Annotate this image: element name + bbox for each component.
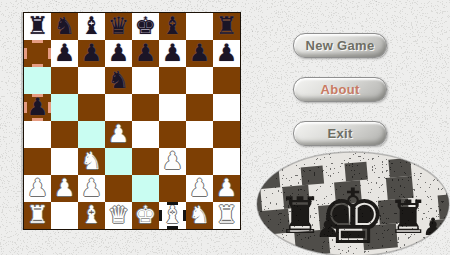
last-move-marker: [24, 40, 51, 67]
piece-black-pawn[interactable]: ♟: [162, 40, 184, 67]
square-f1[interactable]: ♝: [159, 202, 186, 229]
square-a4[interactable]: [24, 121, 51, 148]
square-c8[interactable]: ♝: [78, 13, 105, 40]
square-a2[interactable]: ♟: [24, 175, 51, 202]
chess-app-window: ♜♞♝♛♚♝♜♟♟♟♟♟♟♟♞♟♟♞♟♟♟♟♟♟♜♝♛♚♝♞♜ New Game…: [0, 0, 450, 255]
piece-white-pawn[interactable]: ♟: [216, 175, 238, 202]
piece-white-pawn[interactable]: ♟: [27, 175, 49, 202]
piece-white-pawn[interactable]: ♟: [54, 175, 76, 202]
square-e2[interactable]: [132, 175, 159, 202]
piece-black-bishop[interactable]: ♝: [162, 13, 184, 40]
square-h4[interactable]: [213, 121, 240, 148]
square-g8[interactable]: [186, 13, 213, 40]
chess-board[interactable]: ♜♞♝♛♚♝♜♟♟♟♟♟♟♟♞♟♟♞♟♟♟♟♟♟♜♝♛♚♝♞♜: [23, 12, 241, 230]
square-b5[interactable]: [51, 94, 78, 121]
piece-white-knight[interactable]: ♞: [189, 202, 211, 229]
square-b1[interactable]: [51, 202, 78, 229]
square-b3[interactable]: [51, 148, 78, 175]
square-d6[interactable]: ♞: [105, 67, 132, 94]
square-e5[interactable]: [132, 94, 159, 121]
square-e6[interactable]: [132, 67, 159, 94]
piece-white-rook[interactable]: ♜: [27, 202, 49, 229]
piece-black-rook[interactable]: ♜: [27, 13, 49, 40]
square-c2[interactable]: ♟: [78, 175, 105, 202]
square-d4[interactable]: ♟: [105, 121, 132, 148]
square-c7[interactable]: ♟: [78, 40, 105, 67]
square-a5[interactable]: ♟: [24, 94, 51, 121]
piece-white-bishop[interactable]: ♝: [81, 202, 103, 229]
square-c3[interactable]: ♞: [78, 148, 105, 175]
square-e3[interactable]: [132, 148, 159, 175]
piece-white-pawn[interactable]: ♟: [162, 148, 184, 175]
piece-black-king[interactable]: ♚: [135, 13, 157, 40]
square-c6[interactable]: [78, 67, 105, 94]
about-button-label: About: [320, 82, 359, 97]
last-move-marker: [24, 94, 51, 121]
square-a3[interactable]: [24, 148, 51, 175]
piece-black-pawn[interactable]: ♟: [135, 40, 157, 67]
square-f6[interactable]: [159, 67, 186, 94]
piece-white-pawn[interactable]: ♟: [189, 175, 211, 202]
piece-black-knight[interactable]: ♞: [108, 67, 130, 94]
square-b4[interactable]: [51, 121, 78, 148]
square-a6[interactable]: [24, 67, 51, 94]
square-e7[interactable]: ♟: [132, 40, 159, 67]
square-d3[interactable]: [105, 148, 132, 175]
chess-engraving-illustration: ♜ ♟ ♚ ♜ ♟: [256, 151, 450, 255]
square-b6[interactable]: [51, 67, 78, 94]
square-g1[interactable]: ♞: [186, 202, 213, 229]
square-b7[interactable]: ♟: [51, 40, 78, 67]
piece-black-pawn[interactable]: ♟: [189, 40, 211, 67]
piece-white-pawn[interactable]: ♟: [81, 175, 103, 202]
square-a8[interactable]: ♜: [24, 13, 51, 40]
piece-white-queen[interactable]: ♛: [108, 202, 130, 229]
square-c1[interactable]: ♝: [78, 202, 105, 229]
piece-white-pawn[interactable]: ♟: [108, 121, 130, 148]
piece-black-pawn[interactable]: ♟: [216, 40, 238, 67]
square-g5[interactable]: [186, 94, 213, 121]
square-g6[interactable]: [186, 67, 213, 94]
piece-black-pawn[interactable]: ♟: [108, 40, 130, 67]
piece-black-pawn[interactable]: ♟: [81, 40, 103, 67]
square-f8[interactable]: ♝: [159, 13, 186, 40]
piece-black-bishop[interactable]: ♝: [81, 13, 103, 40]
exit-button[interactable]: Exit: [293, 121, 387, 146]
square-f4[interactable]: [159, 121, 186, 148]
new-game-button-label: New Game: [306, 38, 375, 53]
exit-button-label: Exit: [327, 126, 352, 141]
square-g7[interactable]: ♟: [186, 40, 213, 67]
square-a1[interactable]: ♜: [24, 202, 51, 229]
square-g4[interactable]: [186, 121, 213, 148]
square-b8[interactable]: ♞: [51, 13, 78, 40]
square-e8[interactable]: ♚: [132, 13, 159, 40]
square-f3[interactable]: ♟: [159, 148, 186, 175]
square-f7[interactable]: ♟: [159, 40, 186, 67]
square-b2[interactable]: ♟: [51, 175, 78, 202]
piece-white-king[interactable]: ♚: [135, 202, 157, 229]
square-h5[interactable]: [213, 94, 240, 121]
square-h2[interactable]: ♟: [213, 175, 240, 202]
square-d2[interactable]: [105, 175, 132, 202]
about-button[interactable]: About: [293, 77, 387, 102]
square-c5[interactable]: [78, 94, 105, 121]
square-h6[interactable]: [213, 67, 240, 94]
square-f5[interactable]: [159, 94, 186, 121]
square-d1[interactable]: ♛: [105, 202, 132, 229]
square-h3[interactable]: [213, 148, 240, 175]
piece-black-pawn[interactable]: ♟: [54, 40, 76, 67]
square-h8[interactable]: ♜: [213, 13, 240, 40]
square-e4[interactable]: [132, 121, 159, 148]
square-f2[interactable]: [159, 175, 186, 202]
piece-black-knight[interactable]: ♞: [54, 13, 76, 40]
square-h7[interactable]: ♟: [213, 40, 240, 67]
menu: New Game About Exit: [293, 33, 387, 146]
piece-white-knight[interactable]: ♞: [81, 148, 103, 175]
square-c4[interactable]: [78, 121, 105, 148]
selection-marker: [159, 202, 186, 229]
square-d8[interactable]: ♛: [105, 13, 132, 40]
square-g2[interactable]: ♟: [186, 175, 213, 202]
square-d7[interactable]: ♟: [105, 40, 132, 67]
piece-black-queen[interactable]: ♛: [108, 13, 130, 40]
piece-white-rook[interactable]: ♜: [216, 202, 238, 229]
piece-black-rook[interactable]: ♜: [216, 13, 238, 40]
square-d5[interactable]: [105, 94, 132, 121]
square-g3[interactable]: [186, 148, 213, 175]
new-game-button[interactable]: New Game: [293, 33, 387, 58]
square-e1[interactable]: ♚: [132, 202, 159, 229]
square-a7[interactable]: [24, 40, 51, 67]
square-h1[interactable]: ♜: [213, 202, 240, 229]
